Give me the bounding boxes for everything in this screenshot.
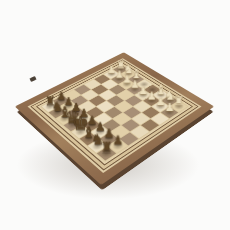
product-photo-background: ♜♞♝♛♚♝♞♜♟♟♟♟♟♟♟♟♟♟♟♟♟♟♟♟♜♞♝♛♚♝♞♜	[0, 0, 230, 230]
black-rook-piece: ♜	[100, 141, 112, 155]
board-frame: ♜♞♝♛♚♝♞♜♟♟♟♟♟♟♟♟♟♟♟♟♟♟♟♟♜♞♝♛♚♝♞♜	[15, 52, 214, 185]
inlay-border-outer: ♜♞♝♛♚♝♞♜♟♟♟♟♟♟♟♟♟♟♟♟♟♟♟♟♜♞♝♛♚♝♞♜	[28, 58, 202, 173]
board-squares: ♜♞♝♛♚♝♞♜♟♟♟♟♟♟♟♟♟♟♟♟♟♟♟♟♜♞♝♛♚♝♞♜	[40, 64, 188, 161]
white-rook-piece: ♜	[173, 95, 184, 107]
black-pawn-piece: ♟	[112, 134, 123, 146]
white-pawn-piece: ♟	[165, 102, 175, 113]
scene-3d: ♜♞♝♛♚♝♞♜♟♟♟♟♟♟♟♟♟♟♟♟♟♟♟♟♜♞♝♛♚♝♞♜	[0, 0, 230, 230]
square-c5	[89, 95, 106, 106]
inlay-border-middle: ♜♞♝♛♚♝♞♜♟♟♟♟♟♟♟♟♟♟♟♟♟♟♟♟♜♞♝♛♚♝♞♜	[30, 60, 198, 171]
chess-board: ♜♞♝♛♚♝♞♜♟♟♟♟♟♟♟♟♟♟♟♟♟♟♟♟♜♞♝♛♚♝♞♜	[15, 52, 214, 185]
